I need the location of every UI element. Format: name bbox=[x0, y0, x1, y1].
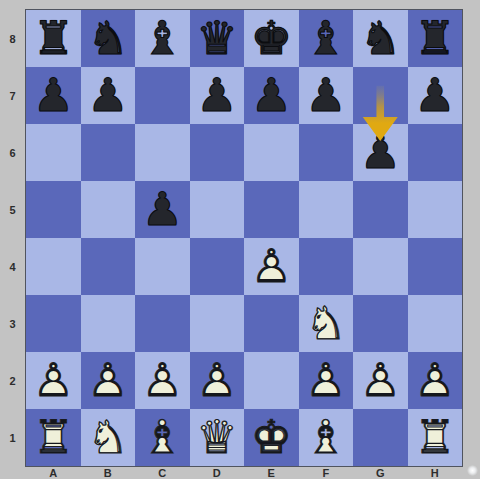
square-g1[interactable] bbox=[353, 409, 408, 466]
square-c4[interactable] bbox=[135, 238, 190, 295]
square-e8[interactable]: ♚ bbox=[244, 10, 299, 67]
piece-black-bishop-c8[interactable]: ♝ bbox=[135, 10, 190, 67]
square-h2[interactable]: ♟♙ bbox=[408, 352, 463, 409]
file-label-d: D bbox=[190, 466, 245, 479]
piece-white-bishop-c1[interactable]: ♝♗ bbox=[135, 409, 190, 466]
square-e5[interactable] bbox=[244, 181, 299, 238]
piece-black-pawn-f7[interactable]: ♟ bbox=[299, 67, 354, 124]
black-piece-glyph: ♟ bbox=[353, 128, 408, 174]
square-g7[interactable] bbox=[353, 67, 408, 124]
piece-white-pawn-a2[interactable]: ♟♙ bbox=[26, 352, 81, 409]
square-h5[interactable] bbox=[408, 181, 463, 238]
square-b2[interactable]: ♟♙ bbox=[81, 352, 136, 409]
square-g3[interactable] bbox=[353, 295, 408, 352]
square-a3[interactable] bbox=[26, 295, 81, 352]
white-piece-outline-glyph: ♘ bbox=[81, 413, 136, 459]
square-d8[interactable]: ♛ bbox=[190, 10, 245, 67]
piece-black-pawn-d7[interactable]: ♟ bbox=[190, 67, 245, 124]
square-f4[interactable] bbox=[299, 238, 354, 295]
square-b6[interactable] bbox=[81, 124, 136, 181]
square-e2[interactable] bbox=[244, 352, 299, 409]
piece-white-pawn-d2[interactable]: ♟♙ bbox=[190, 352, 245, 409]
file-label-g: G bbox=[353, 466, 408, 479]
square-d1[interactable]: ♛♕ bbox=[190, 409, 245, 466]
square-h8[interactable]: ♜ bbox=[408, 10, 463, 67]
square-a6[interactable] bbox=[26, 124, 81, 181]
white-piece-outline-glyph: ♖ bbox=[26, 413, 81, 459]
white-piece-outline-glyph: ♙ bbox=[299, 356, 354, 402]
white-piece-outline-glyph: ♙ bbox=[190, 356, 245, 402]
square-e1[interactable]: ♚♔ bbox=[244, 409, 299, 466]
black-piece-glyph: ♜ bbox=[408, 14, 463, 60]
square-f5[interactable] bbox=[299, 181, 354, 238]
rank-label-6: 6 bbox=[0, 124, 25, 181]
square-f7[interactable]: ♟ bbox=[299, 67, 354, 124]
black-piece-glyph: ♞ bbox=[353, 14, 408, 60]
piece-white-rook-a1[interactable]: ♜♖ bbox=[26, 409, 81, 466]
square-h6[interactable] bbox=[408, 124, 463, 181]
square-h4[interactable] bbox=[408, 238, 463, 295]
black-piece-glyph: ♛ bbox=[190, 14, 245, 60]
black-piece-glyph: ♟ bbox=[244, 71, 299, 117]
white-piece-outline-glyph: ♙ bbox=[408, 356, 463, 402]
square-a1[interactable]: ♜♖ bbox=[26, 409, 81, 466]
file-label-a: A bbox=[26, 466, 81, 479]
white-piece-outline-glyph: ♙ bbox=[26, 356, 81, 402]
square-a8[interactable]: ♜ bbox=[26, 10, 81, 67]
black-piece-glyph: ♚ bbox=[244, 14, 299, 60]
white-piece-outline-glyph: ♕ bbox=[190, 413, 245, 459]
piece-black-pawn-c5[interactable]: ♟ bbox=[135, 181, 190, 238]
piece-white-pawn-f2[interactable]: ♟♙ bbox=[299, 352, 354, 409]
square-e4[interactable]: ♟♙ bbox=[244, 238, 299, 295]
square-b3[interactable] bbox=[81, 295, 136, 352]
black-piece-glyph: ♜ bbox=[26, 14, 81, 60]
rank-label-1: 1 bbox=[0, 409, 25, 466]
square-c3[interactable] bbox=[135, 295, 190, 352]
square-b8[interactable]: ♞ bbox=[81, 10, 136, 67]
black-piece-glyph: ♟ bbox=[135, 185, 190, 231]
square-a7[interactable]: ♟ bbox=[26, 67, 81, 124]
piece-white-queen-d1[interactable]: ♛♕ bbox=[190, 409, 245, 466]
rank-label-8: 8 bbox=[0, 10, 25, 67]
file-label-f: F bbox=[299, 466, 354, 479]
white-piece-outline-glyph: ♗ bbox=[299, 413, 354, 459]
square-b5[interactable] bbox=[81, 181, 136, 238]
square-f8[interactable]: ♝ bbox=[299, 10, 354, 67]
rank-label-4: 4 bbox=[0, 238, 25, 295]
square-h3[interactable] bbox=[408, 295, 463, 352]
black-piece-glyph: ♟ bbox=[299, 71, 354, 117]
square-e7[interactable]: ♟ bbox=[244, 67, 299, 124]
piece-black-rook-a8[interactable]: ♜ bbox=[26, 10, 81, 67]
square-d3[interactable] bbox=[190, 295, 245, 352]
white-piece-outline-glyph: ♙ bbox=[353, 356, 408, 402]
square-d4[interactable] bbox=[190, 238, 245, 295]
file-label-c: C bbox=[135, 466, 190, 479]
file-label-h: H bbox=[408, 466, 463, 479]
black-piece-glyph: ♝ bbox=[299, 14, 354, 60]
square-d2[interactable]: ♟♙ bbox=[190, 352, 245, 409]
square-b4[interactable] bbox=[81, 238, 136, 295]
file-label-b: B bbox=[81, 466, 136, 479]
square-h7[interactable]: ♟ bbox=[408, 67, 463, 124]
rank-label-3: 3 bbox=[0, 295, 25, 352]
piece-white-knight-b1[interactable]: ♞♘ bbox=[81, 409, 136, 466]
square-a4[interactable] bbox=[26, 238, 81, 295]
square-d5[interactable] bbox=[190, 181, 245, 238]
piece-white-pawn-b2[interactable]: ♟♙ bbox=[81, 352, 136, 409]
black-piece-glyph: ♝ bbox=[135, 14, 190, 60]
square-f6[interactable] bbox=[299, 124, 354, 181]
black-piece-glyph: ♟ bbox=[81, 71, 136, 117]
square-e3[interactable] bbox=[244, 295, 299, 352]
piece-white-rook-h1[interactable]: ♜♖ bbox=[408, 409, 463, 466]
piece-black-queen-d8[interactable]: ♛ bbox=[190, 10, 245, 67]
square-c5[interactable]: ♟ bbox=[135, 181, 190, 238]
square-g4[interactable] bbox=[353, 238, 408, 295]
piece-white-bishop-f1[interactable]: ♝♗ bbox=[299, 409, 354, 466]
square-g8[interactable]: ♞ bbox=[353, 10, 408, 67]
black-piece-glyph: ♞ bbox=[81, 14, 136, 60]
chess-board-window: ♜♞♝♛♚♝♞♜♟♟♟♟♟♟♟♟♟♙♞♘♟♙♟♙♟♙♟♙♟♙♟♙♟♙♜♖♞♘♝♗… bbox=[0, 0, 480, 479]
square-a5[interactable] bbox=[26, 181, 81, 238]
white-piece-outline-glyph: ♔ bbox=[244, 413, 299, 459]
square-g6[interactable]: ♟ bbox=[353, 124, 408, 181]
black-piece-glyph: ♟ bbox=[26, 71, 81, 117]
piece-black-knight-g8[interactable]: ♞ bbox=[353, 10, 408, 67]
piece-white-pawn-c2[interactable]: ♟♙ bbox=[135, 352, 190, 409]
square-b1[interactable]: ♞♘ bbox=[81, 409, 136, 466]
piece-black-pawn-a7[interactable]: ♟ bbox=[26, 67, 81, 124]
black-piece-glyph: ♟ bbox=[190, 71, 245, 117]
square-f3[interactable]: ♞♘ bbox=[299, 295, 354, 352]
rank-label-7: 7 bbox=[0, 67, 25, 124]
white-piece-outline-glyph: ♙ bbox=[135, 356, 190, 402]
piece-black-pawn-e7[interactable]: ♟ bbox=[244, 67, 299, 124]
piece-black-pawn-h7[interactable]: ♟ bbox=[408, 67, 463, 124]
square-d7[interactable]: ♟ bbox=[190, 67, 245, 124]
white-piece-outline-glyph: ♖ bbox=[408, 413, 463, 459]
white-piece-outline-glyph: ♗ bbox=[135, 413, 190, 459]
board: ♜♞♝♛♚♝♞♜♟♟♟♟♟♟♟♟♟♙♞♘♟♙♟♙♟♙♟♙♟♙♟♙♟♙♜♖♞♘♝♗… bbox=[25, 9, 463, 467]
square-h1[interactable]: ♜♖ bbox=[408, 409, 463, 466]
piece-white-knight-f3[interactable]: ♞♘ bbox=[299, 295, 354, 352]
piece-black-pawn-b7[interactable]: ♟ bbox=[81, 67, 136, 124]
rank-label-2: 2 bbox=[0, 352, 25, 409]
piece-black-rook-h8[interactable]: ♜ bbox=[408, 10, 463, 67]
piece-white-pawn-e4[interactable]: ♟♙ bbox=[244, 238, 299, 295]
black-piece-glyph: ♟ bbox=[408, 71, 463, 117]
white-piece-outline-glyph: ♙ bbox=[244, 242, 299, 288]
white-piece-outline-glyph: ♘ bbox=[299, 299, 354, 345]
piece-black-king-e8[interactable]: ♚ bbox=[244, 10, 299, 67]
square-c8[interactable]: ♝ bbox=[135, 10, 190, 67]
square-c2[interactable]: ♟♙ bbox=[135, 352, 190, 409]
square-c6[interactable] bbox=[135, 124, 190, 181]
square-g2[interactable]: ♟♙ bbox=[353, 352, 408, 409]
piece-white-pawn-g2[interactable]: ♟♙ bbox=[353, 352, 408, 409]
rank-label-5: 5 bbox=[0, 181, 25, 238]
square-c1[interactable]: ♝♗ bbox=[135, 409, 190, 466]
corner-grip-dot bbox=[467, 465, 478, 476]
square-b7[interactable]: ♟ bbox=[81, 67, 136, 124]
square-f1[interactable]: ♝♗ bbox=[299, 409, 354, 466]
square-d6[interactable] bbox=[190, 124, 245, 181]
piece-black-knight-b8[interactable]: ♞ bbox=[81, 10, 136, 67]
piece-white-king-e1[interactable]: ♚♔ bbox=[244, 409, 299, 466]
piece-black-bishop-f8[interactable]: ♝ bbox=[299, 10, 354, 67]
square-c7[interactable] bbox=[135, 67, 190, 124]
piece-black-pawn-g6[interactable]: ♟ bbox=[353, 124, 408, 181]
square-g5[interactable] bbox=[353, 181, 408, 238]
piece-white-pawn-h2[interactable]: ♟♙ bbox=[408, 352, 463, 409]
square-f2[interactable]: ♟♙ bbox=[299, 352, 354, 409]
file-label-e: E bbox=[244, 466, 299, 479]
white-piece-outline-glyph: ♙ bbox=[81, 356, 136, 402]
square-a2[interactable]: ♟♙ bbox=[26, 352, 81, 409]
square-e6[interactable] bbox=[244, 124, 299, 181]
